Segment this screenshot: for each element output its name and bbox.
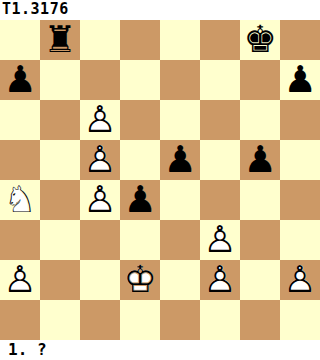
square-a3[interactable]: [0, 220, 40, 260]
square-e6[interactable]: [160, 100, 200, 140]
square-b4[interactable]: [40, 180, 80, 220]
piece-glyph-outline: ♙: [80, 100, 120, 140]
square-h5[interactable]: [280, 140, 320, 180]
square-f3[interactable]: ♟♙: [200, 220, 240, 260]
piece-glyph-outline: ♙: [280, 260, 320, 300]
square-b7[interactable]: [40, 60, 80, 100]
piece-glyph-outline: ♙: [0, 260, 40, 300]
square-e5[interactable]: ♟: [160, 140, 200, 180]
chess-puzzle-page: T1.3176 ♜♚♟♟♟♙♟♙♟♟♞♘♟♙♟♟♙♟♙♚♔♟♙♟♙ 1. ?: [0, 0, 320, 360]
square-c4[interactable]: ♟♙: [80, 180, 120, 220]
piece-glyph: ♟: [160, 140, 200, 180]
square-h3[interactable]: [280, 220, 320, 260]
piece-black-rook[interactable]: ♜: [40, 20, 80, 60]
piece-black-king[interactable]: ♚: [240, 20, 280, 60]
square-f7[interactable]: [200, 60, 240, 100]
square-g5[interactable]: ♟: [240, 140, 280, 180]
square-g4[interactable]: [240, 180, 280, 220]
square-e2[interactable]: [160, 260, 200, 300]
square-h2[interactable]: ♟♙: [280, 260, 320, 300]
square-c7[interactable]: [80, 60, 120, 100]
square-e1[interactable]: [160, 300, 200, 340]
square-d4[interactable]: ♟: [120, 180, 160, 220]
piece-white-pawn[interactable]: ♟♙: [280, 260, 320, 300]
square-a7[interactable]: ♟: [0, 60, 40, 100]
square-b1[interactable]: [40, 300, 80, 340]
square-d3[interactable]: [120, 220, 160, 260]
square-e3[interactable]: [160, 220, 200, 260]
square-f4[interactable]: [200, 180, 240, 220]
square-b3[interactable]: [40, 220, 80, 260]
square-d6[interactable]: [120, 100, 160, 140]
square-h4[interactable]: [280, 180, 320, 220]
square-g2[interactable]: [240, 260, 280, 300]
square-h6[interactable]: [280, 100, 320, 140]
piece-glyph: ♟: [120, 180, 160, 220]
piece-white-knight[interactable]: ♞♘: [0, 180, 40, 220]
puzzle-title: T1.3176: [0, 0, 320, 20]
chess-board: ♜♚♟♟♟♙♟♙♟♟♞♘♟♙♟♟♙♟♙♚♔♟♙♟♙: [0, 20, 320, 340]
piece-glyph-outline: ♙: [80, 180, 120, 220]
square-a4[interactable]: ♞♘: [0, 180, 40, 220]
square-a8[interactable]: [0, 20, 40, 60]
piece-white-pawn[interactable]: ♟♙: [80, 140, 120, 180]
piece-glyph: ♟: [240, 140, 280, 180]
square-g7[interactable]: [240, 60, 280, 100]
square-f1[interactable]: [200, 300, 240, 340]
square-b2[interactable]: [40, 260, 80, 300]
square-c3[interactable]: [80, 220, 120, 260]
piece-glyph-outline: ♙: [200, 220, 240, 260]
square-f2[interactable]: ♟♙: [200, 260, 240, 300]
square-e4[interactable]: [160, 180, 200, 220]
square-d7[interactable]: [120, 60, 160, 100]
square-d8[interactable]: [120, 20, 160, 60]
square-f5[interactable]: [200, 140, 240, 180]
square-e7[interactable]: [160, 60, 200, 100]
square-b6[interactable]: [40, 100, 80, 140]
piece-glyph: ♟: [0, 60, 40, 100]
piece-white-pawn[interactable]: ♟♙: [80, 100, 120, 140]
square-c8[interactable]: [80, 20, 120, 60]
piece-white-pawn[interactable]: ♟♙: [80, 180, 120, 220]
square-b5[interactable]: [40, 140, 80, 180]
square-h7[interactable]: ♟: [280, 60, 320, 100]
piece-black-pawn[interactable]: ♟: [0, 60, 40, 100]
square-a6[interactable]: [0, 100, 40, 140]
piece-glyph-outline: ♘: [0, 180, 40, 220]
piece-white-pawn[interactable]: ♟♙: [0, 260, 40, 300]
move-prompt: 1. ?: [0, 340, 320, 360]
piece-white-pawn[interactable]: ♟♙: [200, 220, 240, 260]
piece-glyph: ♚: [240, 20, 280, 60]
square-f8[interactable]: [200, 20, 240, 60]
square-h1[interactable]: [280, 300, 320, 340]
piece-glyph-outline: ♔: [120, 260, 160, 300]
square-a5[interactable]: [0, 140, 40, 180]
square-g6[interactable]: [240, 100, 280, 140]
piece-glyph-outline: ♙: [200, 260, 240, 300]
square-b8[interactable]: ♜: [40, 20, 80, 60]
square-a1[interactable]: [0, 300, 40, 340]
square-g3[interactable]: [240, 220, 280, 260]
piece-black-pawn[interactable]: ♟: [240, 140, 280, 180]
piece-glyph: ♟: [280, 60, 320, 100]
square-c6[interactable]: ♟♙: [80, 100, 120, 140]
square-c5[interactable]: ♟♙: [80, 140, 120, 180]
piece-glyph-outline: ♙: [80, 140, 120, 180]
piece-white-king[interactable]: ♚♔: [120, 260, 160, 300]
square-d2[interactable]: ♚♔: [120, 260, 160, 300]
square-c2[interactable]: [80, 260, 120, 300]
square-d5[interactable]: [120, 140, 160, 180]
square-a2[interactable]: ♟♙: [0, 260, 40, 300]
square-e8[interactable]: [160, 20, 200, 60]
square-g8[interactable]: ♚: [240, 20, 280, 60]
piece-black-pawn[interactable]: ♟: [160, 140, 200, 180]
piece-black-pawn[interactable]: ♟: [280, 60, 320, 100]
piece-black-pawn[interactable]: ♟: [120, 180, 160, 220]
square-g1[interactable]: [240, 300, 280, 340]
square-d1[interactable]: [120, 300, 160, 340]
square-h8[interactable]: [280, 20, 320, 60]
piece-white-pawn[interactable]: ♟♙: [200, 260, 240, 300]
square-f6[interactable]: [200, 100, 240, 140]
piece-glyph: ♜: [40, 20, 80, 60]
square-c1[interactable]: [80, 300, 120, 340]
